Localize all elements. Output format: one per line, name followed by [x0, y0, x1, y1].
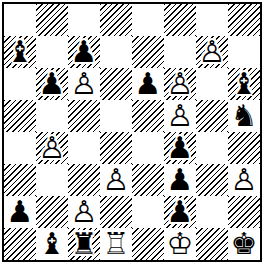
black-rook-glyph: ♜ [68, 228, 100, 260]
white-pawn-outline-glyph: ♙ [68, 68, 100, 100]
square-f4[interactable]: ♟ [164, 132, 196, 164]
square-a2[interactable]: ♟ [4, 196, 36, 228]
square-b7[interactable] [36, 36, 68, 68]
square-a7[interactable]: ♝ [4, 36, 36, 68]
square-g5[interactable] [196, 100, 228, 132]
square-c8[interactable] [68, 4, 100, 36]
white-pawn-outline-glyph: ♙ [164, 68, 196, 100]
square-g3[interactable] [196, 164, 228, 196]
black-pawn-glyph: ♟ [132, 68, 164, 100]
square-h1[interactable]: ♚ [228, 228, 260, 260]
white-pawn-outline-glyph: ♙ [68, 196, 100, 228]
square-f2[interactable]: ♟ [164, 196, 196, 228]
square-d3[interactable]: ♟♙ [100, 164, 132, 196]
square-f6[interactable]: ♟♙ [164, 68, 196, 100]
square-f7[interactable] [164, 36, 196, 68]
square-e5[interactable] [132, 100, 164, 132]
square-d4[interactable] [100, 132, 132, 164]
piece-white-pawn-f6[interactable]: ♟♙ [164, 68, 196, 100]
square-b6[interactable]: ♟ [36, 68, 68, 100]
piece-black-bishop-b1[interactable]: ♝ [36, 228, 68, 260]
piece-white-pawn-c2[interactable]: ♟♙ [68, 196, 100, 228]
piece-black-pawn-e6[interactable]: ♟ [132, 68, 164, 100]
square-e8[interactable] [132, 4, 164, 36]
square-g2[interactable] [196, 196, 228, 228]
square-a5[interactable] [4, 100, 36, 132]
square-g4[interactable] [196, 132, 228, 164]
piece-black-king-h1[interactable]: ♚ [228, 228, 260, 260]
piece-black-pawn-b6[interactable]: ♟ [36, 68, 68, 100]
square-d5[interactable] [100, 100, 132, 132]
square-c6[interactable]: ♟♙ [68, 68, 100, 100]
white-king-outline-glyph: ♔ [164, 228, 196, 260]
piece-black-pawn-f3[interactable]: ♟ [164, 164, 196, 196]
square-b1[interactable]: ♝ [36, 228, 68, 260]
piece-white-rook-d1[interactable]: ♜♖ [100, 228, 132, 260]
piece-white-pawn-d3[interactable]: ♟♙ [100, 164, 132, 196]
board-frame: ♝♟♟♙♟♟♙♟♟♙♝♟♙♞♟♙♟♟♙♟♟♙♟♟♙♟♝♜♜♖♚♔♚ [2, 2, 262, 262]
piece-black-pawn-c7[interactable]: ♟ [68, 36, 100, 68]
square-g1[interactable] [196, 228, 228, 260]
black-pawn-glyph: ♟ [164, 132, 196, 164]
piece-black-pawn-a2[interactable]: ♟ [4, 196, 36, 228]
white-pawn-outline-glyph: ♙ [228, 164, 260, 196]
square-c7[interactable]: ♟ [68, 36, 100, 68]
white-pawn-outline-glyph: ♙ [164, 100, 196, 132]
piece-black-pawn-f4[interactable]: ♟ [164, 132, 196, 164]
black-pawn-glyph: ♟ [36, 68, 68, 100]
piece-black-pawn-f2[interactable]: ♟ [164, 196, 196, 228]
square-b2[interactable] [36, 196, 68, 228]
square-a4[interactable] [4, 132, 36, 164]
square-d7[interactable] [100, 36, 132, 68]
square-b4[interactable]: ♟♙ [36, 132, 68, 164]
square-f8[interactable] [164, 4, 196, 36]
square-c2[interactable]: ♟♙ [68, 196, 100, 228]
square-c4[interactable] [68, 132, 100, 164]
square-h4[interactable] [228, 132, 260, 164]
square-f5[interactable]: ♟♙ [164, 100, 196, 132]
square-g7[interactable]: ♟♙ [196, 36, 228, 68]
square-c5[interactable] [68, 100, 100, 132]
square-f3[interactable]: ♟ [164, 164, 196, 196]
piece-white-pawn-c6[interactable]: ♟♙ [68, 68, 100, 100]
square-a3[interactable] [4, 164, 36, 196]
square-b8[interactable] [36, 4, 68, 36]
square-a6[interactable] [4, 68, 36, 100]
square-d1[interactable]: ♜♖ [100, 228, 132, 260]
black-knight-glyph: ♞ [228, 100, 260, 132]
black-bishop-glyph: ♝ [4, 36, 36, 68]
square-h2[interactable] [228, 196, 260, 228]
square-g6[interactable] [196, 68, 228, 100]
piece-black-bishop-h6[interactable]: ♝ [228, 68, 260, 100]
piece-white-pawn-f5[interactable]: ♟♙ [164, 100, 196, 132]
square-e2[interactable] [132, 196, 164, 228]
square-d6[interactable] [100, 68, 132, 100]
piece-black-knight-h5[interactable]: ♞ [228, 100, 260, 132]
square-e7[interactable] [132, 36, 164, 68]
square-d2[interactable] [100, 196, 132, 228]
black-bishop-glyph: ♝ [228, 68, 260, 100]
piece-black-rook-c1[interactable]: ♜ [68, 228, 100, 260]
white-pawn-outline-glyph: ♙ [100, 164, 132, 196]
square-h5[interactable]: ♞ [228, 100, 260, 132]
square-h8[interactable] [228, 4, 260, 36]
square-d8[interactable] [100, 4, 132, 36]
piece-white-pawn-h3[interactable]: ♟♙ [228, 164, 260, 196]
square-e3[interactable] [132, 164, 164, 196]
square-a1[interactable] [4, 228, 36, 260]
black-bishop-glyph: ♝ [36, 228, 68, 260]
square-e4[interactable] [132, 132, 164, 164]
piece-black-bishop-a7[interactable]: ♝ [4, 36, 36, 68]
chess-board: ♝♟♟♙♟♟♙♟♟♙♝♟♙♞♟♙♟♟♙♟♟♙♟♟♙♟♝♜♜♖♚♔♚ [4, 4, 260, 260]
piece-white-king-f1[interactable]: ♚♔ [164, 228, 196, 260]
square-c1[interactable]: ♜ [68, 228, 100, 260]
square-h3[interactable]: ♟♙ [228, 164, 260, 196]
square-f1[interactable]: ♚♔ [164, 228, 196, 260]
white-pawn-outline-glyph: ♙ [196, 36, 228, 68]
square-g8[interactable] [196, 4, 228, 36]
black-pawn-glyph: ♟ [164, 164, 196, 196]
chess-diagram: ♝♟♟♙♟♟♙♟♟♙♝♟♙♞♟♙♟♟♙♟♟♙♟♟♙♟♝♜♜♖♚♔♚ [0, 0, 268, 268]
square-e1[interactable] [132, 228, 164, 260]
white-rook-outline-glyph: ♖ [100, 228, 132, 260]
square-c3[interactable] [68, 164, 100, 196]
piece-white-pawn-g7[interactable]: ♟♙ [196, 36, 228, 68]
square-e6[interactable]: ♟ [132, 68, 164, 100]
square-b3[interactable] [36, 164, 68, 196]
square-h6[interactable]: ♝ [228, 68, 260, 100]
black-king-glyph: ♚ [228, 228, 260, 260]
black-pawn-glyph: ♟ [68, 36, 100, 68]
black-pawn-glyph: ♟ [164, 196, 196, 228]
piece-white-pawn-b4[interactable]: ♟♙ [36, 132, 68, 164]
black-pawn-glyph: ♟ [4, 196, 36, 228]
white-pawn-outline-glyph: ♙ [36, 132, 68, 164]
square-b5[interactable] [36, 100, 68, 132]
square-h7[interactable] [228, 36, 260, 68]
square-a8[interactable] [4, 4, 36, 36]
